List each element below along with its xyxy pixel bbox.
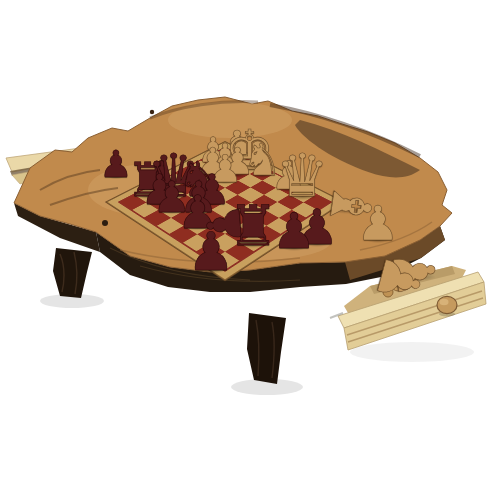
bark-leg-right <box>247 313 286 384</box>
piece-dark-rook-h3[interactable]: ♜ <box>228 198 278 254</box>
drawer-knob[interactable] <box>437 296 457 313</box>
chess-table-photo: ♝♚♞♟♟♟♟♟♟♛♜♟♛♞♟♟♟♟♟♟♜♟♟♟♟♝♟♟♟ <box>0 0 500 500</box>
piece-light-pawn[interactable]: ♟ <box>357 200 400 248</box>
piece-dark-pawn[interactable]: ♟ <box>187 226 235 279</box>
bark-leg-left <box>53 248 92 298</box>
piece-dark-pawn[interactable]: ♟ <box>272 207 316 256</box>
